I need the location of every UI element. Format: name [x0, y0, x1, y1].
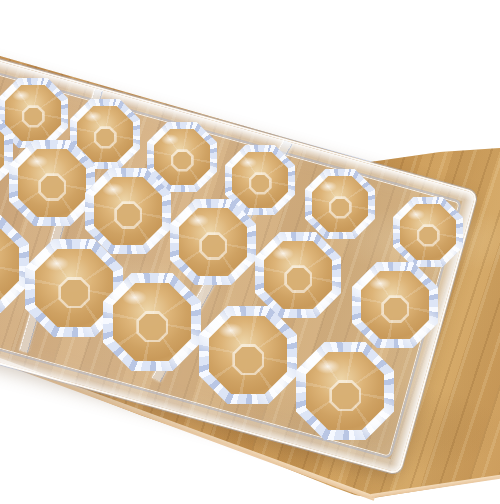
cavity-facet-table: [22, 105, 45, 127]
mold-cavity: [255, 232, 341, 318]
cavity-interior: [179, 208, 248, 277]
mold-cavity: [393, 197, 463, 267]
cavity-interior: [77, 106, 133, 162]
cavity-interior: [5, 85, 61, 141]
cavity-facet-table: [417, 224, 440, 246]
cavity-facet-table: [381, 295, 409, 323]
cavity-interior: [113, 283, 191, 361]
cavity-interior: [361, 271, 430, 340]
cavity-facet-core: [331, 199, 349, 216]
cavity-facet-core: [287, 268, 310, 291]
cavity-interior: [0, 116, 4, 185]
cavity-facet-core: [419, 227, 437, 244]
photo-canvas: [0, 0, 500, 504]
cavity-facet-table: [329, 196, 352, 218]
mold-cavity: [352, 262, 438, 348]
cavity-facet-core: [24, 108, 42, 125]
cavity-facet-core: [202, 235, 225, 258]
mold-cavity: [103, 273, 201, 371]
cavity-facet-table: [114, 201, 142, 229]
cavity-interior: [0, 225, 19, 303]
cavity-facet-core: [332, 383, 359, 409]
cavity-facet-table: [232, 344, 264, 375]
cavity-interior: [154, 129, 210, 185]
cavity-facet-core: [96, 129, 114, 146]
cavity-facet-table: [58, 277, 90, 308]
cavity-facet-core: [235, 347, 262, 373]
mold-cavity: [85, 168, 171, 254]
cavity-facet-core: [173, 152, 191, 169]
cavity-facet-table: [136, 311, 168, 342]
cavity-facet-table: [249, 172, 272, 194]
cavity-interior: [94, 177, 163, 246]
cavity-interior: [35, 249, 113, 327]
cavity-facet-core: [41, 176, 64, 199]
cavity-interior: [312, 176, 368, 232]
cavity-interior: [400, 204, 456, 260]
cavity-interior: [209, 316, 287, 394]
mold-cavity: [296, 342, 394, 440]
cavity-facet-core: [61, 280, 88, 306]
cavity-facet-table: [171, 149, 194, 171]
cavity-facet-core: [384, 298, 407, 321]
cavity-facet-core: [139, 314, 166, 340]
cavity-interior: [264, 241, 333, 310]
mold-cavity: [9, 140, 95, 226]
cavity-facet-core: [117, 204, 140, 227]
cavity-facet-core: [251, 175, 269, 192]
cavity-interior: [232, 152, 288, 208]
mold-cavity: [305, 169, 375, 239]
cavity-facet-table: [38, 173, 66, 201]
mold-cavity: [170, 199, 256, 285]
cavity-facet-table: [94, 126, 117, 148]
cavity-facet-table: [284, 265, 312, 293]
cavity-facet-table: [199, 232, 227, 260]
cavity-facet-table: [329, 380, 361, 411]
mold-cavity: [199, 306, 297, 404]
cavity-interior: [18, 149, 87, 218]
cavity-interior: [306, 352, 384, 430]
